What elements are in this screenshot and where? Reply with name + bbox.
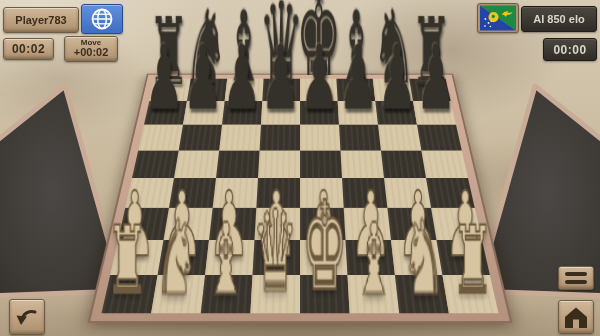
chess-board[interactable]: ♜♞♝♛♚♝♞♜♟♟♟♟♟♟♟♟♟♟♟♟♟♟♟♟♜♞♝♛♚♝♞♜	[102, 79, 499, 314]
piece-black-pawn-d7[interactable]: ♟	[261, 33, 301, 122]
square-g7[interactable]: ♟	[375, 101, 417, 125]
piece-white-king-e1[interactable]: ♚	[302, 187, 348, 309]
piece-black-pawn-b7[interactable]: ♟	[183, 33, 223, 122]
square-h1[interactable]: ♜	[442, 275, 498, 313]
piece-black-pawn-h7[interactable]: ♟	[416, 33, 456, 122]
square-h6[interactable]	[417, 125, 462, 151]
globe-icon	[89, 6, 115, 32]
square-c6[interactable]	[219, 125, 261, 151]
menu-icon	[565, 272, 587, 276]
square-f1[interactable]: ♝	[347, 275, 399, 313]
square-b7[interactable]: ♟	[183, 101, 225, 125]
square-a6[interactable]	[138, 125, 183, 151]
white-clock: 00:02	[3, 38, 54, 60]
piece-white-bishop-f1[interactable]: ♝	[354, 210, 394, 308]
undo-button[interactable]	[9, 299, 45, 335]
square-g6[interactable]	[378, 125, 421, 151]
square-h7[interactable]: ♟	[413, 101, 456, 125]
black-clock: 00:00	[543, 38, 597, 61]
move-increment-badge: Move +00:02	[64, 36, 118, 62]
square-a7[interactable]: ♟	[144, 101, 187, 125]
square-e1[interactable]: ♚	[300, 275, 350, 313]
square-f6[interactable]	[339, 125, 381, 151]
square-b6[interactable]	[179, 125, 222, 151]
black-player-name-button[interactable]: AI 850 elo	[521, 6, 597, 32]
globe-button[interactable]	[81, 4, 123, 34]
square-a1[interactable]: ♜	[102, 275, 158, 313]
square-d1[interactable]: ♛	[250, 275, 300, 313]
piece-white-rook-a1[interactable]: ♜	[106, 215, 148, 309]
piece-black-pawn-f7[interactable]: ♟	[338, 33, 378, 122]
square-e7[interactable]: ♟	[300, 101, 339, 125]
home-icon	[562, 304, 590, 330]
piece-white-knight-b1[interactable]: ♞	[155, 206, 199, 308]
board-frame: ♜♞♝♛♚♝♞♜♟♟♟♟♟♟♟♟♟♟♟♟♟♟♟♟♜♞♝♛♚♝♞♜	[87, 74, 512, 323]
christmas-island-flag-icon	[480, 5, 516, 31]
square-e6[interactable]	[300, 125, 340, 151]
square-c1[interactable]: ♝	[201, 275, 253, 313]
piece-black-pawn-e7[interactable]: ♟	[299, 33, 339, 122]
black-flag-button[interactable]	[477, 3, 519, 33]
white-player-name: Player783	[15, 14, 66, 26]
square-c7[interactable]: ♟	[222, 101, 262, 125]
game-screen: ♜♞♝♛♚♝♞♜♟♟♟♟♟♟♟♟♟♟♟♟♟♟♟♟♜♞♝♛♚♝♞♜ Player7…	[0, 0, 600, 336]
piece-black-pawn-g7[interactable]: ♟	[377, 33, 417, 122]
square-d7[interactable]: ♟	[261, 101, 300, 125]
home-button[interactable]	[558, 300, 594, 334]
piece-black-pawn-c7[interactable]: ♟	[222, 33, 262, 122]
black-player-name: AI 850 elo	[533, 13, 584, 25]
square-f7[interactable]: ♟	[338, 101, 378, 125]
square-b1[interactable]: ♞	[151, 275, 205, 313]
white-player-name-button[interactable]: Player783	[3, 7, 79, 33]
undo-icon	[14, 304, 40, 330]
piece-white-knight-g1[interactable]: ♞	[402, 206, 446, 308]
move-increment-value: +00:02	[74, 47, 109, 59]
piece-white-bishop-c1[interactable]: ♝	[206, 210, 246, 308]
square-g1[interactable]: ♞	[395, 275, 449, 313]
piece-white-rook-h1[interactable]: ♜	[452, 215, 494, 309]
piece-white-queen-d1[interactable]: ♛	[253, 197, 299, 309]
menu-button[interactable]	[558, 266, 594, 290]
square-d6[interactable]	[260, 125, 300, 151]
piece-black-pawn-a7[interactable]: ♟	[144, 33, 184, 122]
